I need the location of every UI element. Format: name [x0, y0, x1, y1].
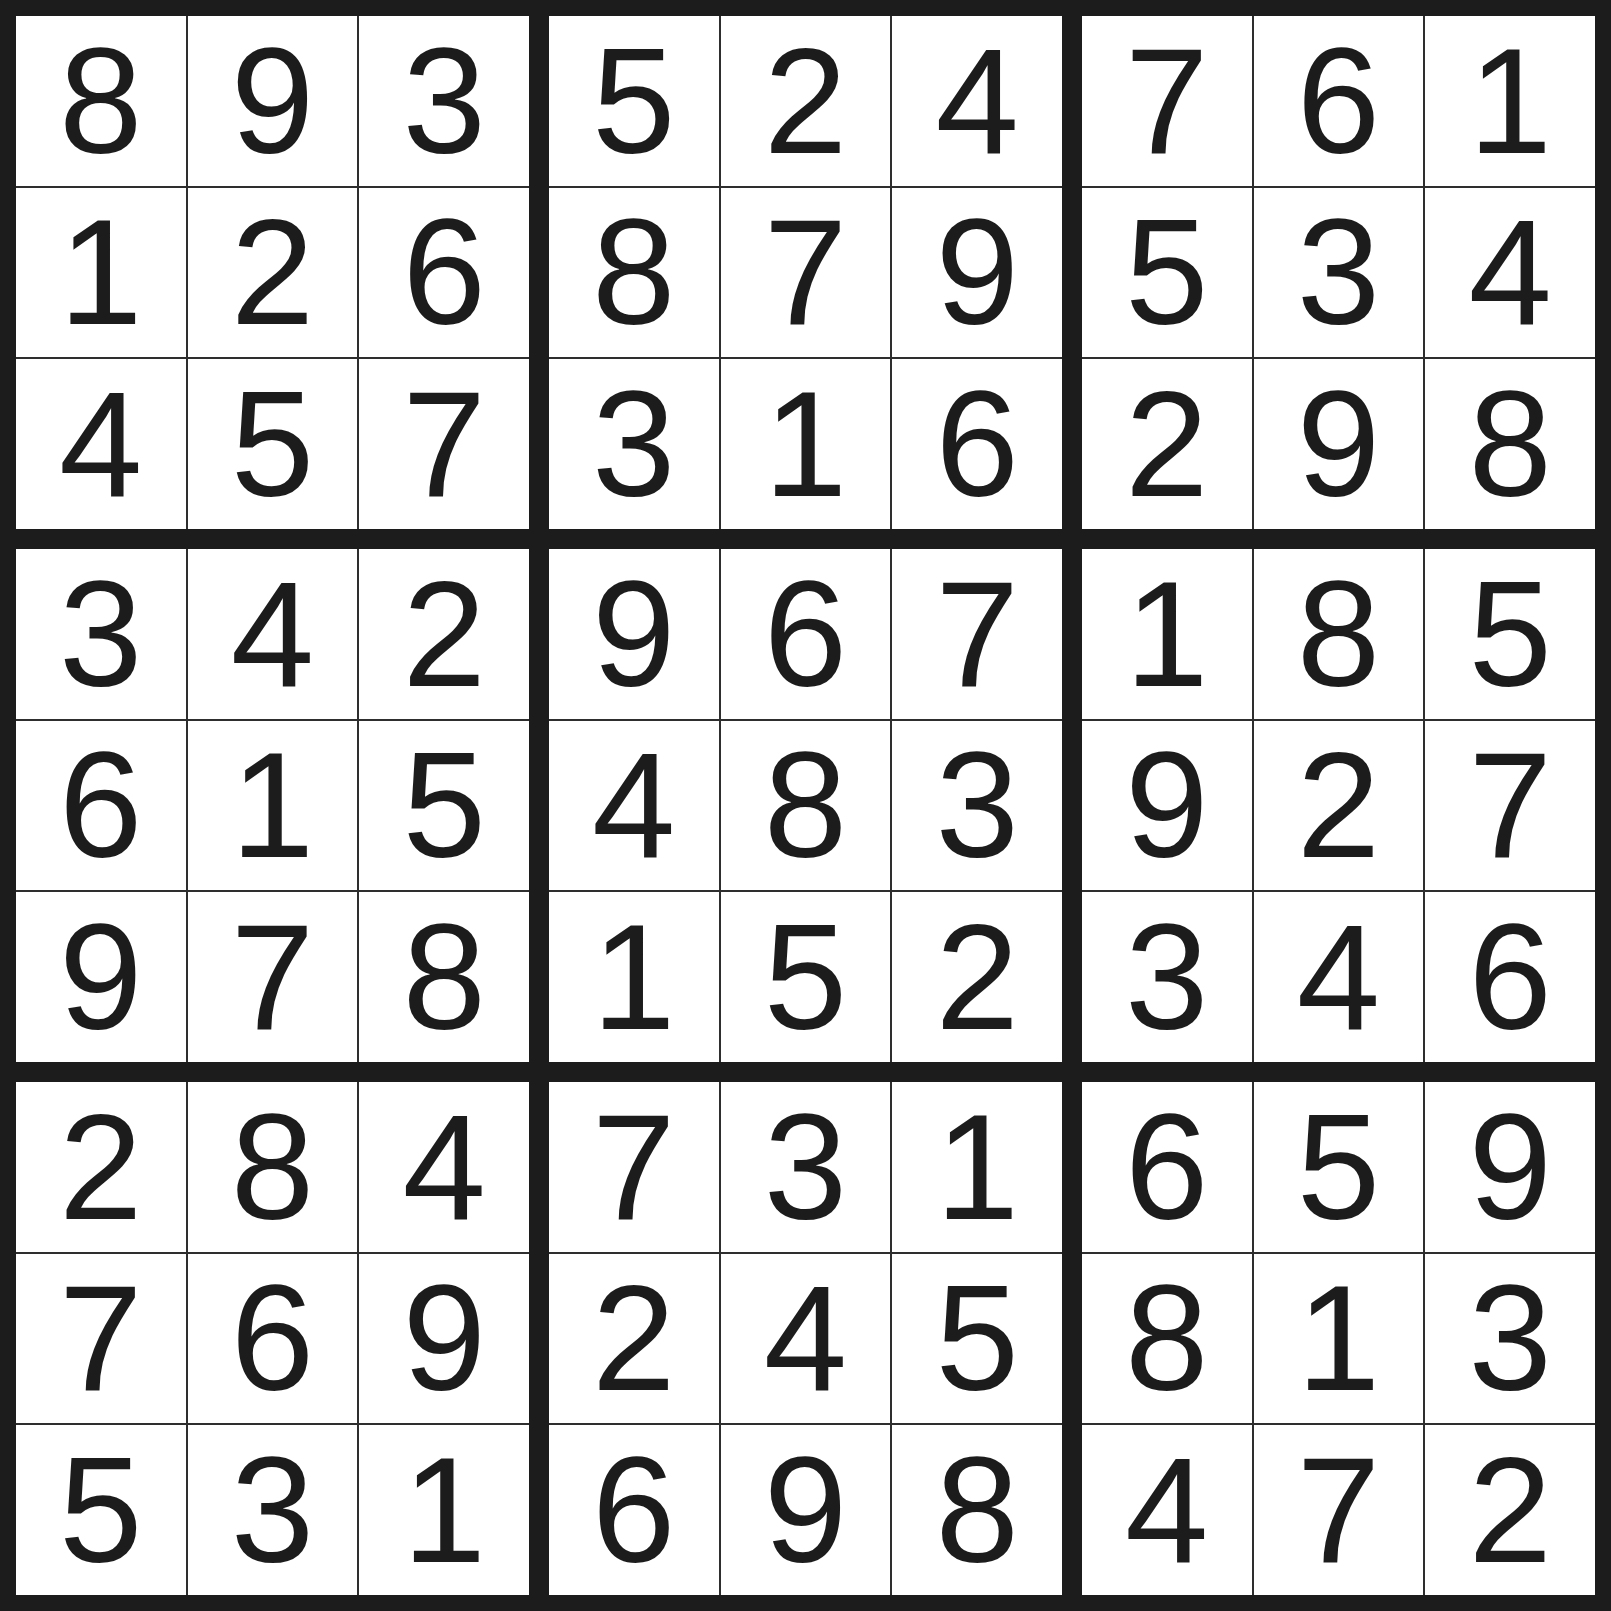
cell-r8c7: 8 [1082, 1254, 1252, 1424]
cell-r2c8: 3 [1254, 188, 1424, 358]
cell-r6c3: 8 [359, 892, 529, 1062]
cell-r9c4: 6 [549, 1425, 719, 1595]
cell-r1c5: 2 [721, 16, 891, 186]
cell-r8c6: 5 [892, 1254, 1062, 1424]
cell-r6c8: 4 [1254, 892, 1424, 1062]
cell-r5c4: 4 [549, 721, 719, 891]
cell-r3c9: 8 [1425, 359, 1595, 529]
sudoku-box-top-right: 7 6 1 5 3 4 2 9 8 [1082, 16, 1595, 529]
cell-r6c1: 9 [16, 892, 186, 1062]
cell-r8c1: 7 [16, 1254, 186, 1424]
cell-r5c3: 5 [359, 721, 529, 891]
cell-r2c7: 5 [1082, 188, 1252, 358]
cell-r1c6: 4 [892, 16, 1062, 186]
cell-r3c1: 4 [16, 359, 186, 529]
cell-r3c4: 3 [549, 359, 719, 529]
sudoku-board: 8 9 3 1 2 6 4 5 7 5 2 4 8 7 9 3 1 6 7 6 … [0, 0, 1611, 1611]
cell-r3c2: 5 [188, 359, 358, 529]
sudoku-box-top-left: 8 9 3 1 2 6 4 5 7 [16, 16, 529, 529]
sudoku-box-middle-right: 1 8 5 9 2 7 3 4 6 [1082, 549, 1595, 1062]
cell-r5c5: 8 [721, 721, 891, 891]
cell-r3c8: 9 [1254, 359, 1424, 529]
sudoku-box-top-middle: 5 2 4 8 7 9 3 1 6 [549, 16, 1062, 529]
cell-r4c1: 3 [16, 549, 186, 719]
cell-r4c7: 1 [1082, 549, 1252, 719]
cell-r2c9: 4 [1425, 188, 1595, 358]
cell-r6c5: 5 [721, 892, 891, 1062]
cell-r4c8: 8 [1254, 549, 1424, 719]
sudoku-box-center: 9 6 7 4 8 3 1 5 2 [549, 549, 1062, 1062]
cell-r2c5: 7 [721, 188, 891, 358]
cell-r6c4: 1 [549, 892, 719, 1062]
cell-r1c2: 9 [188, 16, 358, 186]
cell-r7c3: 4 [359, 1082, 529, 1252]
cell-r6c7: 3 [1082, 892, 1252, 1062]
cell-r8c5: 4 [721, 1254, 891, 1424]
cell-r5c2: 1 [188, 721, 358, 891]
cell-r4c6: 7 [892, 549, 1062, 719]
cell-r9c5: 9 [721, 1425, 891, 1595]
cell-r9c8: 7 [1254, 1425, 1424, 1595]
cell-r1c3: 3 [359, 16, 529, 186]
cell-r6c6: 2 [892, 892, 1062, 1062]
cell-r9c9: 2 [1425, 1425, 1595, 1595]
cell-r7c6: 1 [892, 1082, 1062, 1252]
cell-r1c1: 8 [16, 16, 186, 186]
cell-r4c3: 2 [359, 549, 529, 719]
cell-r9c2: 3 [188, 1425, 358, 1595]
cell-r5c7: 9 [1082, 721, 1252, 891]
cell-r2c2: 2 [188, 188, 358, 358]
cell-r3c6: 6 [892, 359, 1062, 529]
cell-r9c3: 1 [359, 1425, 529, 1595]
cell-r2c6: 9 [892, 188, 1062, 358]
cell-r2c3: 6 [359, 188, 529, 358]
cell-r4c5: 6 [721, 549, 891, 719]
cell-r4c4: 9 [549, 549, 719, 719]
cell-r7c9: 9 [1425, 1082, 1595, 1252]
cell-r2c4: 8 [549, 188, 719, 358]
cell-r4c9: 5 [1425, 549, 1595, 719]
cell-r7c8: 5 [1254, 1082, 1424, 1252]
cell-r6c9: 6 [1425, 892, 1595, 1062]
cell-r5c8: 2 [1254, 721, 1424, 891]
cell-r8c2: 6 [188, 1254, 358, 1424]
cell-r1c7: 7 [1082, 16, 1252, 186]
cell-r9c1: 5 [16, 1425, 186, 1595]
cell-r9c6: 8 [892, 1425, 1062, 1595]
sudoku-box-bottom-left: 2 8 4 7 6 9 5 3 1 [16, 1082, 529, 1595]
cell-r1c9: 1 [1425, 16, 1595, 186]
cell-r7c5: 3 [721, 1082, 891, 1252]
cell-r5c9: 7 [1425, 721, 1595, 891]
cell-r5c6: 3 [892, 721, 1062, 891]
cell-r7c4: 7 [549, 1082, 719, 1252]
cell-r3c7: 2 [1082, 359, 1252, 529]
cell-r4c2: 4 [188, 549, 358, 719]
cell-r7c2: 8 [188, 1082, 358, 1252]
cell-r7c7: 6 [1082, 1082, 1252, 1252]
cell-r1c4: 5 [549, 16, 719, 186]
cell-r8c3: 9 [359, 1254, 529, 1424]
cell-r6c2: 7 [188, 892, 358, 1062]
cell-r3c5: 1 [721, 359, 891, 529]
cell-r8c8: 1 [1254, 1254, 1424, 1424]
cell-r1c8: 6 [1254, 16, 1424, 186]
cell-r8c4: 2 [549, 1254, 719, 1424]
sudoku-box-bottom-middle: 7 3 1 2 4 5 6 9 8 [549, 1082, 1062, 1595]
cell-r3c3: 7 [359, 359, 529, 529]
cell-r9c7: 4 [1082, 1425, 1252, 1595]
cell-r5c1: 6 [16, 721, 186, 891]
cell-r7c1: 2 [16, 1082, 186, 1252]
sudoku-box-middle-left: 3 4 2 6 1 5 9 7 8 [16, 549, 529, 1062]
cell-r8c9: 3 [1425, 1254, 1595, 1424]
sudoku-box-bottom-right: 6 5 9 8 1 3 4 7 2 [1082, 1082, 1595, 1595]
cell-r2c1: 1 [16, 188, 186, 358]
